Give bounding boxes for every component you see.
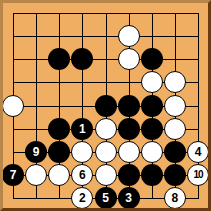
black-stone (118, 118, 140, 140)
white-stone (2, 95, 24, 117)
white-stone (118, 25, 140, 47)
black-stone (164, 164, 186, 186)
white-stone (164, 118, 186, 140)
white-stone (25, 164, 47, 186)
white-stone (164, 71, 186, 93)
white-stone (118, 141, 140, 163)
white-stone-move-4: 4 (187, 141, 209, 163)
white-stone (118, 48, 140, 70)
white-stone (71, 141, 93, 163)
black-stone (118, 164, 140, 186)
black-stone (118, 95, 140, 117)
white-stone (141, 71, 163, 93)
black-stone (164, 141, 186, 163)
black-stone-move-9: 9 (25, 141, 47, 163)
white-stone-move-8: 8 (164, 187, 186, 209)
go-board: 19476102538 (0, 0, 211, 211)
black-stone (141, 95, 163, 117)
black-stone (141, 48, 163, 70)
white-stone (164, 95, 186, 117)
black-stone-move-1: 1 (71, 118, 93, 140)
black-stone (48, 118, 70, 140)
white-stone-move-6: 6 (71, 164, 93, 186)
black-stone-move-3: 3 (118, 187, 140, 209)
white-stone (141, 141, 163, 163)
white-stone (48, 164, 70, 186)
go-diagram: 19476102538 (0, 0, 211, 211)
black-stone (141, 118, 163, 140)
black-stone-move-5: 5 (95, 187, 117, 209)
black-stone (71, 48, 93, 70)
white-stone-move-2: 2 (71, 187, 93, 209)
white-stone-move-10: 10 (187, 164, 209, 186)
black-stone (48, 141, 70, 163)
white-stone (95, 164, 117, 186)
white-stone (95, 118, 117, 140)
black-stone-move-7: 7 (2, 164, 24, 186)
black-stone (48, 48, 70, 70)
black-stone (141, 164, 163, 186)
white-stone (95, 141, 117, 163)
black-stone (95, 95, 117, 117)
